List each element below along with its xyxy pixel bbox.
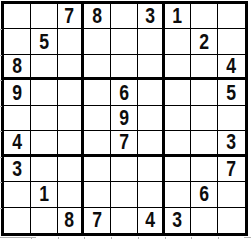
cell-r3c4[interactable] bbox=[84, 55, 111, 80]
given-digit: 3 bbox=[145, 5, 155, 27]
given-digit: 8 bbox=[12, 55, 22, 77]
gridline-tick bbox=[165, 237, 166, 239]
cell-r9c3[interactable]: 8 bbox=[58, 208, 85, 233]
cell-r1c6[interactable]: 3 bbox=[138, 4, 165, 29]
cell-r9c8[interactable] bbox=[191, 208, 218, 233]
cell-r1c4[interactable]: 8 bbox=[84, 4, 111, 29]
gridline-tick bbox=[0, 182, 2, 183]
cell-r4c4[interactable] bbox=[84, 80, 111, 105]
cell-r3c1[interactable]: 8 bbox=[4, 55, 31, 80]
sudoku-puzzle-screenshot: 78315284965947337168743 bbox=[0, 0, 251, 240]
cell-r6c5[interactable]: 7 bbox=[111, 131, 138, 156]
cell-r4c9[interactable]: 5 bbox=[218, 80, 245, 105]
cell-r2c5[interactable] bbox=[111, 29, 138, 54]
given-digit: 3 bbox=[173, 209, 183, 231]
cell-r9c2[interactable] bbox=[31, 208, 58, 233]
cell-r3c2[interactable] bbox=[31, 55, 58, 80]
cell-r6c8[interactable] bbox=[191, 131, 218, 156]
cell-r4c8[interactable] bbox=[191, 80, 218, 105]
given-digit: 6 bbox=[119, 82, 129, 104]
cell-r7c1[interactable]: 3 bbox=[4, 157, 31, 182]
sudoku-board: 78315284965947337168743 bbox=[1, 1, 248, 236]
cell-r7c5[interactable] bbox=[111, 157, 138, 182]
cell-r5c5[interactable]: 9 bbox=[111, 106, 138, 131]
given-digit: 7 bbox=[92, 209, 102, 231]
cell-r2c1[interactable] bbox=[4, 29, 31, 54]
cell-r6c4[interactable] bbox=[84, 131, 111, 156]
cell-r8c8[interactable]: 6 bbox=[191, 182, 218, 207]
gridline-tick bbox=[0, 55, 2, 56]
cell-r2c3[interactable] bbox=[58, 29, 85, 54]
cell-r1c1[interactable] bbox=[4, 4, 31, 29]
cell-r9c4[interactable]: 7 bbox=[84, 208, 111, 233]
cell-r1c7[interactable]: 1 bbox=[165, 4, 192, 29]
cell-r4c1[interactable]: 9 bbox=[4, 80, 31, 105]
given-digit: 4 bbox=[12, 131, 22, 153]
gridline-tick bbox=[191, 237, 192, 239]
cell-r8c9[interactable] bbox=[218, 182, 245, 207]
cell-r5c8[interactable] bbox=[191, 106, 218, 131]
given-digit: 7 bbox=[227, 158, 237, 180]
cell-r3c7[interactable] bbox=[165, 55, 192, 80]
cell-r8c1[interactable] bbox=[4, 182, 31, 207]
gridline-tick bbox=[0, 208, 2, 209]
cell-r5c2[interactable] bbox=[31, 106, 58, 131]
cell-r7c2[interactable] bbox=[31, 157, 58, 182]
cell-r8c7[interactable] bbox=[165, 182, 192, 207]
given-digit: 6 bbox=[199, 183, 209, 205]
cell-r4c6[interactable] bbox=[138, 80, 165, 105]
cell-r9c5[interactable] bbox=[111, 208, 138, 233]
cell-r7c4[interactable] bbox=[84, 157, 111, 182]
cell-r3c8[interactable] bbox=[191, 55, 218, 80]
cell-r7c3[interactable] bbox=[58, 157, 85, 182]
cell-r4c7[interactable] bbox=[165, 80, 192, 105]
cell-r3c6[interactable] bbox=[138, 55, 165, 80]
given-digit: 7 bbox=[119, 131, 129, 153]
given-digit: 4 bbox=[145, 209, 155, 231]
given-digit: 8 bbox=[65, 209, 75, 231]
cell-r7c6[interactable] bbox=[138, 157, 165, 182]
cell-r1c5[interactable] bbox=[111, 4, 138, 29]
cell-r1c8[interactable] bbox=[191, 4, 218, 29]
cell-r8c2[interactable]: 1 bbox=[31, 182, 58, 207]
cell-r8c4[interactable] bbox=[84, 182, 111, 207]
cell-r5c1[interactable] bbox=[4, 106, 31, 131]
cell-r5c7[interactable] bbox=[165, 106, 192, 131]
cell-r9c1[interactable] bbox=[4, 208, 31, 233]
cell-r3c9[interactable]: 4 bbox=[218, 55, 245, 80]
given-digit: 7 bbox=[65, 5, 75, 27]
given-digit: 3 bbox=[227, 131, 237, 153]
gridline-tick bbox=[0, 106, 2, 107]
cell-r9c7[interactable]: 3 bbox=[165, 208, 192, 233]
gridline-tick bbox=[58, 237, 59, 239]
gridline-tick bbox=[218, 237, 219, 239]
given-digit: 4 bbox=[227, 55, 237, 77]
cell-r5c9[interactable] bbox=[218, 106, 245, 131]
cell-r6c2[interactable] bbox=[31, 131, 58, 156]
gridline-tick bbox=[111, 237, 112, 239]
given-digit: 2 bbox=[199, 31, 209, 53]
cell-r2c4[interactable] bbox=[84, 29, 111, 54]
given-digit: 1 bbox=[39, 183, 49, 205]
cell-r5c6[interactable] bbox=[138, 106, 165, 131]
given-digit: 5 bbox=[227, 82, 237, 104]
cell-r4c2[interactable] bbox=[31, 80, 58, 105]
cell-r1c2[interactable] bbox=[31, 4, 58, 29]
gridline-tick bbox=[0, 157, 2, 158]
gridline-tick bbox=[0, 29, 2, 30]
cell-r5c4[interactable] bbox=[84, 106, 111, 131]
cell-r4c3[interactable] bbox=[58, 80, 85, 105]
cell-r3c3[interactable] bbox=[58, 55, 85, 80]
cell-r8c5[interactable] bbox=[111, 182, 138, 207]
given-digit: 9 bbox=[119, 107, 129, 129]
cell-r7c9[interactable]: 7 bbox=[218, 157, 245, 182]
cell-r6c1[interactable]: 4 bbox=[4, 131, 31, 156]
cell-r2c6[interactable] bbox=[138, 29, 165, 54]
cell-r2c7[interactable] bbox=[165, 29, 192, 54]
cell-r8c6[interactable] bbox=[138, 182, 165, 207]
cell-r6c3[interactable] bbox=[58, 131, 85, 156]
cell-r2c9[interactable] bbox=[218, 29, 245, 54]
cell-r7c8[interactable] bbox=[191, 157, 218, 182]
cell-r9c9[interactable] bbox=[218, 208, 245, 233]
cell-r5c3[interactable] bbox=[58, 106, 85, 131]
gridline-tick bbox=[0, 80, 2, 81]
given-digit: 5 bbox=[39, 31, 49, 53]
cell-r1c3[interactable]: 7 bbox=[58, 4, 85, 29]
given-digit: 3 bbox=[12, 158, 22, 180]
cell-r6c6[interactable] bbox=[138, 131, 165, 156]
cell-r4c5[interactable]: 6 bbox=[111, 80, 138, 105]
cell-r1c9[interactable] bbox=[218, 4, 245, 29]
gridline-tick bbox=[138, 237, 139, 239]
given-digit: 8 bbox=[92, 5, 102, 27]
gridline-tick bbox=[244, 237, 251, 238]
gridline-tick bbox=[0, 237, 36, 238]
cell-r2c2[interactable]: 5 bbox=[31, 29, 58, 54]
gridline-tick bbox=[0, 131, 2, 132]
cell-r7c7[interactable] bbox=[165, 157, 192, 182]
cell-r6c9[interactable]: 3 bbox=[218, 131, 245, 156]
cell-r6c7[interactable] bbox=[165, 131, 192, 156]
gridline-tick bbox=[84, 237, 85, 239]
cell-r2c8[interactable]: 2 bbox=[191, 29, 218, 54]
given-digit: 1 bbox=[173, 5, 183, 27]
given-digit: 9 bbox=[12, 82, 22, 104]
cell-r3c5[interactable] bbox=[111, 55, 138, 80]
cell-r8c3[interactable] bbox=[58, 182, 85, 207]
cell-r9c6[interactable]: 4 bbox=[138, 208, 165, 233]
